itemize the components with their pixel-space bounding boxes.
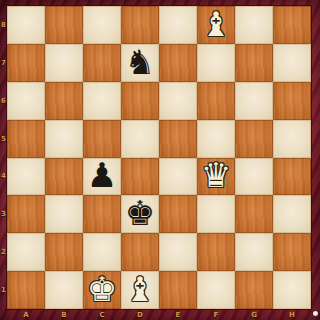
square-h7[interactable] bbox=[273, 44, 311, 82]
black-knight[interactable]: ♞ bbox=[125, 45, 155, 79]
square-g4[interactable] bbox=[235, 158, 273, 196]
square-c4[interactable]: ♟ bbox=[83, 158, 121, 196]
file-label-h: H bbox=[273, 309, 311, 320]
square-d3[interactable]: ♚ bbox=[121, 195, 159, 233]
rank-label-5: 5 bbox=[0, 120, 7, 158]
file-label-g: G bbox=[235, 309, 273, 320]
square-g1[interactable] bbox=[235, 271, 273, 309]
square-g8[interactable] bbox=[235, 6, 273, 44]
white-bishop[interactable]: ♝ bbox=[125, 272, 155, 306]
square-g3[interactable] bbox=[235, 195, 273, 233]
square-d7[interactable]: ♞ bbox=[121, 44, 159, 82]
square-b5[interactable] bbox=[45, 120, 83, 158]
file-label-b: B bbox=[45, 309, 83, 320]
square-e7[interactable] bbox=[159, 44, 197, 82]
square-b6[interactable] bbox=[45, 82, 83, 120]
square-c1[interactable]: ♚ bbox=[83, 271, 121, 309]
square-b7[interactable] bbox=[45, 44, 83, 82]
square-e5[interactable] bbox=[159, 120, 197, 158]
square-c7[interactable] bbox=[83, 44, 121, 82]
board-frame: ♝♞♟♛♚♚♝ 87654321 ABCDEFGH bbox=[0, 0, 320, 320]
corner-dot-icon bbox=[313, 311, 318, 316]
square-e6[interactable] bbox=[159, 82, 197, 120]
square-h3[interactable] bbox=[273, 195, 311, 233]
square-a2[interactable] bbox=[7, 233, 45, 271]
square-g5[interactable] bbox=[235, 120, 273, 158]
white-bishop[interactable]: ♝ bbox=[201, 7, 231, 41]
square-a8[interactable] bbox=[7, 6, 45, 44]
rank-label-3: 3 bbox=[0, 195, 7, 233]
square-a3[interactable] bbox=[7, 195, 45, 233]
square-f2[interactable] bbox=[197, 233, 235, 271]
square-e3[interactable] bbox=[159, 195, 197, 233]
square-d1[interactable]: ♝ bbox=[121, 271, 159, 309]
square-a7[interactable] bbox=[7, 44, 45, 82]
square-g6[interactable] bbox=[235, 82, 273, 120]
square-d2[interactable] bbox=[121, 233, 159, 271]
square-f3[interactable] bbox=[197, 195, 235, 233]
square-a4[interactable] bbox=[7, 158, 45, 196]
square-g2[interactable] bbox=[235, 233, 273, 271]
rank-label-6: 6 bbox=[0, 82, 7, 120]
square-d8[interactable] bbox=[121, 6, 159, 44]
square-c5[interactable] bbox=[83, 120, 121, 158]
square-h4[interactable] bbox=[273, 158, 311, 196]
square-d5[interactable] bbox=[121, 120, 159, 158]
white-queen[interactable]: ♛ bbox=[201, 158, 231, 192]
square-c2[interactable] bbox=[83, 233, 121, 271]
square-f6[interactable] bbox=[197, 82, 235, 120]
square-d6[interactable] bbox=[121, 82, 159, 120]
square-h6[interactable] bbox=[273, 82, 311, 120]
square-c3[interactable] bbox=[83, 195, 121, 233]
square-f8[interactable]: ♝ bbox=[197, 6, 235, 44]
file-label-a: A bbox=[7, 309, 45, 320]
file-label-e: E bbox=[159, 309, 197, 320]
square-g7[interactable] bbox=[235, 44, 273, 82]
square-a1[interactable] bbox=[7, 271, 45, 309]
square-c6[interactable] bbox=[83, 82, 121, 120]
square-b4[interactable] bbox=[45, 158, 83, 196]
rank-label-4: 4 bbox=[0, 158, 7, 196]
file-label-d: D bbox=[121, 309, 159, 320]
square-b2[interactable] bbox=[45, 233, 83, 271]
rank-label-1: 1 bbox=[0, 271, 7, 309]
square-b8[interactable] bbox=[45, 6, 83, 44]
square-f1[interactable] bbox=[197, 271, 235, 309]
square-h8[interactable] bbox=[273, 6, 311, 44]
square-d4[interactable] bbox=[121, 158, 159, 196]
rank-label-2: 2 bbox=[0, 233, 7, 271]
file-labels: ABCDEFGH bbox=[7, 309, 311, 320]
file-label-c: C bbox=[83, 309, 121, 320]
square-f5[interactable] bbox=[197, 120, 235, 158]
square-e4[interactable] bbox=[159, 158, 197, 196]
square-e2[interactable] bbox=[159, 233, 197, 271]
rank-label-8: 8 bbox=[0, 6, 7, 44]
rank-label-7: 7 bbox=[0, 44, 7, 82]
file-label-f: F bbox=[197, 309, 235, 320]
square-h2[interactable] bbox=[273, 233, 311, 271]
square-h1[interactable] bbox=[273, 271, 311, 309]
black-pawn[interactable]: ♟ bbox=[87, 158, 117, 192]
square-h5[interactable] bbox=[273, 120, 311, 158]
square-f4[interactable]: ♛ bbox=[197, 158, 235, 196]
square-b3[interactable] bbox=[45, 195, 83, 233]
square-a6[interactable] bbox=[7, 82, 45, 120]
square-b1[interactable] bbox=[45, 271, 83, 309]
square-a5[interactable] bbox=[7, 120, 45, 158]
chess-board: ♝♞♟♛♚♚♝ bbox=[7, 6, 311, 309]
black-king[interactable]: ♚ bbox=[125, 196, 155, 230]
square-c8[interactable] bbox=[83, 6, 121, 44]
rank-labels: 87654321 bbox=[0, 6, 7, 309]
square-f7[interactable] bbox=[197, 44, 235, 82]
white-king[interactable]: ♚ bbox=[87, 272, 117, 306]
square-e1[interactable] bbox=[159, 271, 197, 309]
square-e8[interactable] bbox=[159, 6, 197, 44]
